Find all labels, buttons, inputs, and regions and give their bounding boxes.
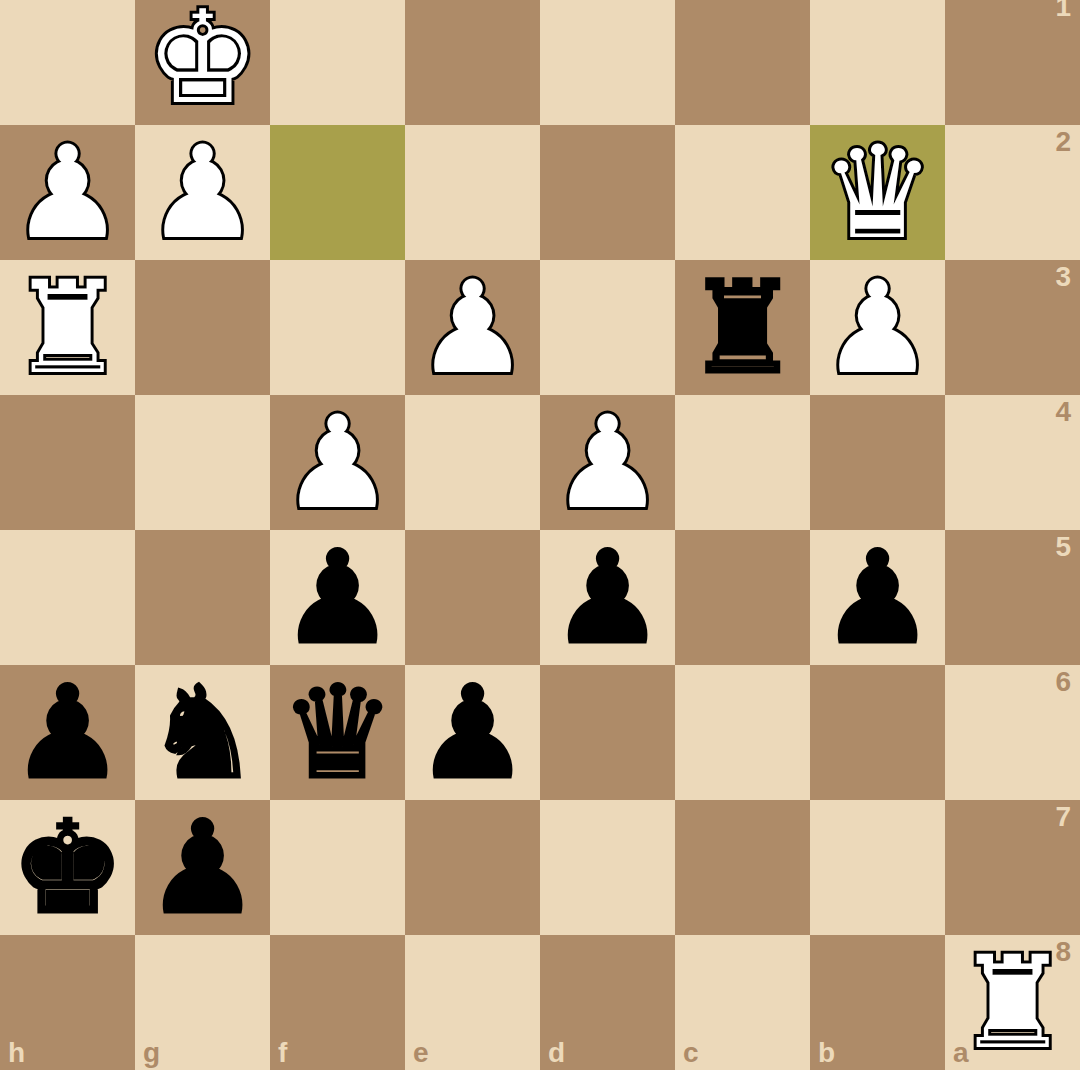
square-b5[interactable]: ♟ [810, 530, 945, 665]
rank-label-8: 8 [1055, 938, 1071, 966]
black-pawn[interactable]: ♟ [405, 665, 540, 800]
square-c5[interactable] [675, 530, 810, 665]
square-b7[interactable] [810, 800, 945, 935]
square-g6[interactable]: ♞ [135, 665, 270, 800]
square-g5[interactable] [135, 530, 270, 665]
black-knight[interactable]: ♞ [135, 665, 270, 800]
white-pawn[interactable]: ♟ [405, 260, 540, 395]
square-h5[interactable] [0, 530, 135, 665]
square-g2[interactable]: ♟ [135, 125, 270, 260]
square-b3[interactable]: ♟ [810, 260, 945, 395]
rank-label-6: 6 [1055, 668, 1071, 696]
square-e7[interactable] [405, 800, 540, 935]
square-d6[interactable] [540, 665, 675, 800]
square-e1[interactable] [405, 0, 540, 125]
square-c7[interactable] [675, 800, 810, 935]
square-d7[interactable] [540, 800, 675, 935]
square-f3[interactable] [270, 260, 405, 395]
board-viewport: ♚1♟♟♛2♜♟♜♟3♟♟4♟♟♟5♟♞♛♟6♚♟7hgfedcb♜8a [0, 0, 1080, 1070]
square-f2[interactable] [270, 125, 405, 260]
rank-label-5: 5 [1055, 533, 1071, 561]
square-e8[interactable]: e [405, 935, 540, 1070]
square-f7[interactable] [270, 800, 405, 935]
square-b8[interactable]: b [810, 935, 945, 1070]
square-h1[interactable] [0, 0, 135, 125]
rank-label-2: 2 [1055, 128, 1071, 156]
file-label-a: a [953, 1039, 969, 1067]
square-d1[interactable] [540, 0, 675, 125]
square-g1[interactable]: ♚ [135, 0, 270, 125]
file-label-f: f [278, 1039, 287, 1067]
rank-label-3: 3 [1055, 263, 1071, 291]
square-d8[interactable]: d [540, 935, 675, 1070]
square-h6[interactable]: ♟ [0, 665, 135, 800]
square-e2[interactable] [405, 125, 540, 260]
square-h4[interactable] [0, 395, 135, 530]
white-pawn[interactable]: ♟ [270, 395, 405, 530]
white-queen[interactable]: ♛ [810, 125, 945, 260]
square-a8[interactable]: ♜8a [945, 935, 1080, 1070]
chess-board: ♚1♟♟♛2♜♟♜♟3♟♟4♟♟♟5♟♞♛♟6♚♟7hgfedcb♜8a [0, 0, 1080, 1070]
square-c4[interactable] [675, 395, 810, 530]
white-pawn[interactable]: ♟ [135, 125, 270, 260]
square-c6[interactable] [675, 665, 810, 800]
rank-label-1: 1 [1055, 0, 1071, 21]
black-king[interactable]: ♚ [0, 800, 135, 935]
square-a1[interactable]: 1 [945, 0, 1080, 125]
square-h8[interactable]: h [0, 935, 135, 1070]
white-pawn[interactable]: ♟ [540, 395, 675, 530]
square-f6[interactable]: ♛ [270, 665, 405, 800]
file-label-h: h [8, 1039, 25, 1067]
square-g8[interactable]: g [135, 935, 270, 1070]
black-pawn[interactable]: ♟ [135, 800, 270, 935]
black-queen[interactable]: ♛ [270, 665, 405, 800]
file-label-g: g [143, 1039, 160, 1067]
square-a7[interactable]: 7 [945, 800, 1080, 935]
file-label-d: d [548, 1039, 565, 1067]
square-a6[interactable]: 6 [945, 665, 1080, 800]
black-rook[interactable]: ♜ [675, 260, 810, 395]
square-h3[interactable]: ♜ [0, 260, 135, 395]
square-e6[interactable]: ♟ [405, 665, 540, 800]
rank-label-7: 7 [1055, 803, 1071, 831]
square-g7[interactable]: ♟ [135, 800, 270, 935]
square-a5[interactable]: 5 [945, 530, 1080, 665]
square-c8[interactable]: c [675, 935, 810, 1070]
square-g4[interactable] [135, 395, 270, 530]
square-g3[interactable] [135, 260, 270, 395]
square-f5[interactable]: ♟ [270, 530, 405, 665]
square-f1[interactable] [270, 0, 405, 125]
square-b2[interactable]: ♛ [810, 125, 945, 260]
square-f4[interactable]: ♟ [270, 395, 405, 530]
black-pawn[interactable]: ♟ [0, 665, 135, 800]
square-a4[interactable]: 4 [945, 395, 1080, 530]
square-a3[interactable]: 3 [945, 260, 1080, 395]
white-king[interactable]: ♚ [135, 0, 270, 125]
square-f8[interactable]: f [270, 935, 405, 1070]
square-c1[interactable] [675, 0, 810, 125]
square-h2[interactable]: ♟ [0, 125, 135, 260]
white-pawn[interactable]: ♟ [810, 260, 945, 395]
square-e5[interactable] [405, 530, 540, 665]
file-label-b: b [818, 1039, 835, 1067]
square-d5[interactable]: ♟ [540, 530, 675, 665]
square-e4[interactable] [405, 395, 540, 530]
square-b6[interactable] [810, 665, 945, 800]
square-d2[interactable] [540, 125, 675, 260]
square-c2[interactable] [675, 125, 810, 260]
black-pawn[interactable]: ♟ [810, 530, 945, 665]
square-a2[interactable]: 2 [945, 125, 1080, 260]
square-c3[interactable]: ♜ [675, 260, 810, 395]
black-pawn[interactable]: ♟ [540, 530, 675, 665]
rank-label-4: 4 [1055, 398, 1071, 426]
square-e3[interactable]: ♟ [405, 260, 540, 395]
square-d3[interactable] [540, 260, 675, 395]
white-pawn[interactable]: ♟ [0, 125, 135, 260]
file-label-e: e [413, 1039, 429, 1067]
black-pawn[interactable]: ♟ [270, 530, 405, 665]
square-b1[interactable] [810, 0, 945, 125]
square-b4[interactable] [810, 395, 945, 530]
white-rook[interactable]: ♜ [0, 260, 135, 395]
file-label-c: c [683, 1039, 699, 1067]
square-h7[interactable]: ♚ [0, 800, 135, 935]
square-d4[interactable]: ♟ [540, 395, 675, 530]
